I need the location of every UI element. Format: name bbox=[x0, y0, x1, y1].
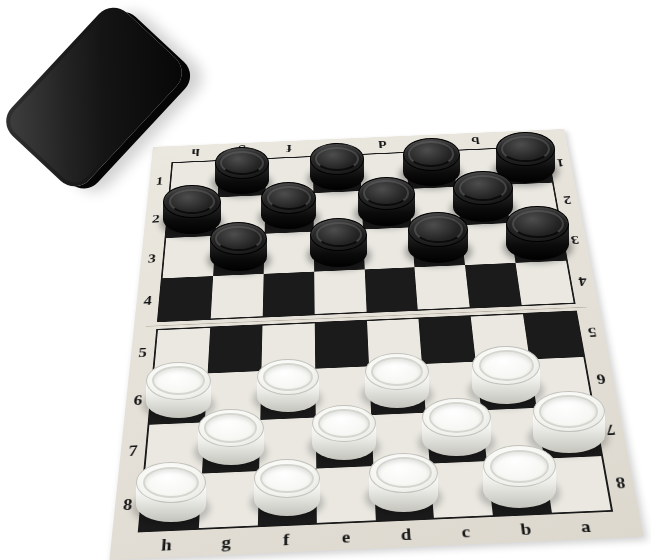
black-piece-e1[interactable] bbox=[310, 143, 364, 189]
piece-rim-d2 bbox=[363, 180, 409, 205]
white-piece-d6[interactable] bbox=[365, 353, 429, 408]
black-piece-c3[interactable] bbox=[408, 212, 468, 264]
white-piece-d8[interactable] bbox=[369, 453, 438, 512]
piece-rim-d6 bbox=[371, 357, 423, 386]
piece-rim-a3 bbox=[512, 210, 563, 238]
piece-rim-h8 bbox=[143, 467, 200, 498]
ptop-f2 bbox=[261, 182, 316, 214]
piece-rim-h2 bbox=[169, 189, 216, 215]
piece-rim-e7 bbox=[318, 409, 370, 438]
ptop-e1 bbox=[310, 143, 364, 174]
ptop-f8 bbox=[254, 459, 320, 497]
ptop-c3 bbox=[408, 212, 468, 247]
piece-rim-f2 bbox=[267, 186, 311, 210]
ptop-e3 bbox=[310, 218, 367, 251]
piece-rim-a1 bbox=[501, 136, 549, 163]
pieces-layer bbox=[0, 0, 651, 560]
white-piece-a7[interactable] bbox=[533, 391, 605, 453]
ptop-g7 bbox=[198, 409, 263, 447]
white-piece-c7[interactable] bbox=[422, 398, 490, 457]
black-piece-g3[interactable] bbox=[210, 222, 268, 271]
piece-rim-b2 bbox=[459, 175, 507, 202]
piece-rim-a7 bbox=[539, 395, 598, 428]
piece-rim-b8 bbox=[490, 450, 549, 483]
black-piece-f2[interactable] bbox=[261, 182, 316, 229]
piece-rim-c3 bbox=[414, 216, 463, 243]
ptop-a7 bbox=[533, 391, 605, 433]
ptop-h6 bbox=[146, 362, 211, 400]
ptop-c7 bbox=[422, 398, 490, 438]
piece-rim-e3 bbox=[316, 222, 362, 247]
piece-rim-g7 bbox=[204, 413, 257, 442]
white-piece-h8[interactable] bbox=[136, 462, 205, 522]
black-piece-a3[interactable] bbox=[506, 206, 569, 260]
ptop-d6 bbox=[365, 353, 429, 390]
piece-rim-g3 bbox=[215, 226, 262, 252]
white-piece-b8[interactable] bbox=[483, 445, 556, 508]
ptop-d2 bbox=[358, 177, 415, 210]
piece-rim-h6 bbox=[152, 366, 205, 395]
white-piece-e7[interactable] bbox=[312, 405, 376, 460]
piece-rim-f6 bbox=[263, 363, 313, 391]
piece-rim-e1 bbox=[315, 147, 359, 171]
piece-rim-b6 bbox=[479, 350, 534, 381]
ptop-b2 bbox=[453, 171, 513, 206]
white-piece-f6[interactable] bbox=[257, 359, 319, 412]
ptop-e7 bbox=[312, 405, 376, 442]
white-piece-f8[interactable] bbox=[254, 459, 320, 516]
black-piece-e3[interactable] bbox=[310, 218, 367, 267]
white-piece-g7[interactable] bbox=[198, 409, 263, 465]
piece-rim-c7 bbox=[429, 402, 485, 433]
piece-rim-c1 bbox=[408, 141, 454, 166]
checkers-set-photo: hgfedcba 12345678 12345678 hgfedcba bbox=[0, 0, 651, 560]
piece-rim-d8 bbox=[376, 457, 432, 488]
ptop-g1 bbox=[215, 147, 269, 179]
white-piece-b6[interactable] bbox=[472, 346, 540, 404]
ptop-d8 bbox=[369, 453, 438, 493]
ptop-h2 bbox=[163, 185, 220, 218]
piece-rim-f8 bbox=[260, 464, 314, 494]
ptop-c1 bbox=[403, 138, 460, 171]
piece-rim-g1 bbox=[220, 151, 264, 175]
ptop-f6 bbox=[257, 359, 319, 395]
ptop-h8 bbox=[136, 462, 205, 502]
